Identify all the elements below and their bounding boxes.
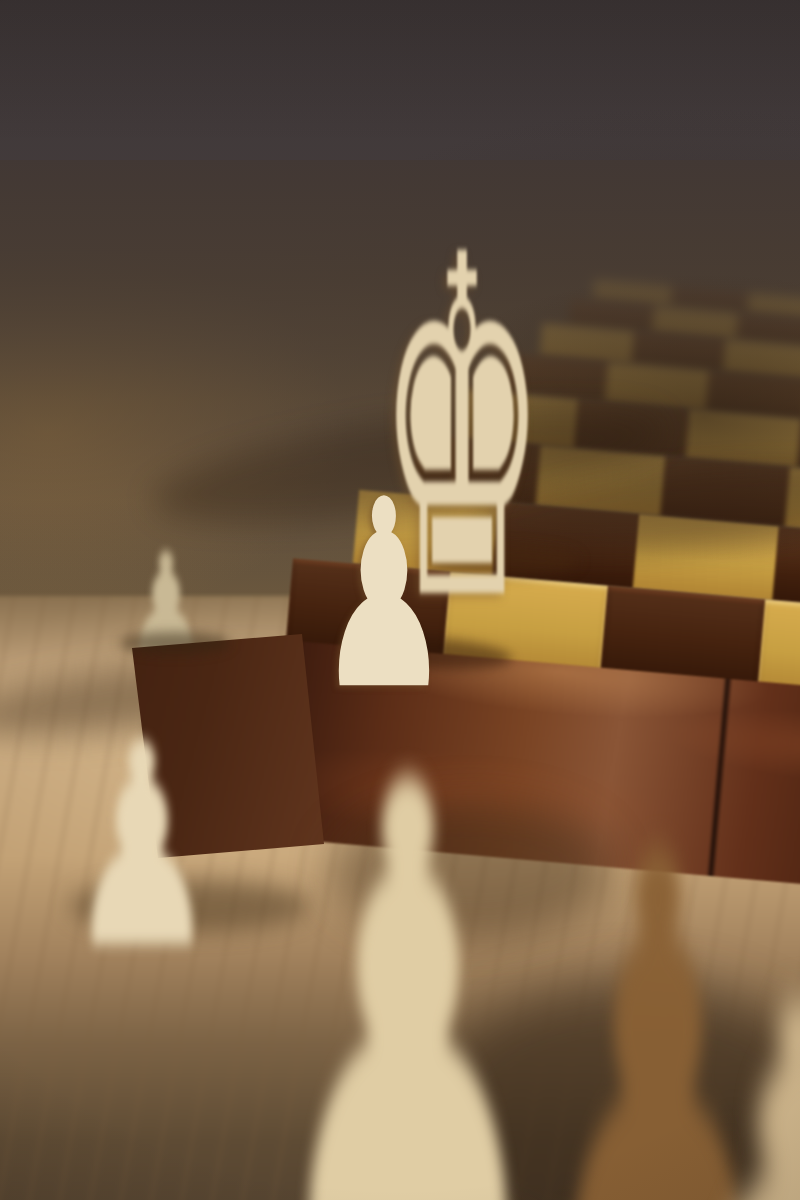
white-pawn-behind-board-left: ♟ xyxy=(121,533,211,683)
light-piece-bottom-right: ♟ xyxy=(664,947,800,1200)
chess-photo-scene: ♟ ♚ ♟ ♟ ♟ ♟ ♟ xyxy=(0,0,800,1200)
board-square xyxy=(660,456,790,527)
white-pawn-foreground-left: ♟ xyxy=(58,707,226,987)
board-square xyxy=(632,514,778,600)
